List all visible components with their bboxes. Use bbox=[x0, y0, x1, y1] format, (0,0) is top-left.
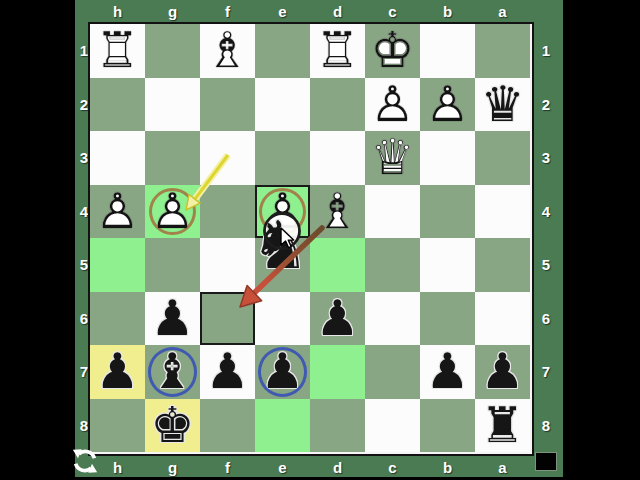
square-g4[interactable]: ♟♙ bbox=[145, 185, 200, 239]
square-e6[interactable] bbox=[255, 292, 310, 346]
square-b1[interactable] bbox=[420, 24, 475, 78]
square-h4[interactable]: ♟♙ bbox=[90, 185, 145, 239]
square-b5[interactable] bbox=[420, 238, 475, 292]
black-bishop-g7: ♝ bbox=[145, 345, 200, 399]
square-a6[interactable] bbox=[475, 292, 530, 346]
white-rook-d1: ♜♖ bbox=[310, 24, 365, 78]
rank-label-4: 4 bbox=[537, 185, 555, 239]
black-pawn-e7: ♟ bbox=[255, 345, 310, 399]
file-label-d: d bbox=[310, 457, 365, 477]
dragged-black-knight[interactable]: ♞ bbox=[249, 211, 311, 281]
square-d2[interactable] bbox=[310, 78, 365, 132]
square-a1[interactable] bbox=[475, 24, 530, 78]
black-pawn-a7: ♟ bbox=[475, 345, 530, 399]
file-label-c: c bbox=[365, 1, 420, 21]
square-e2[interactable] bbox=[255, 78, 310, 132]
file-label-f: f bbox=[200, 457, 255, 477]
square-g6[interactable]: ♟ bbox=[145, 292, 200, 346]
rank-labels-right: 12345678 bbox=[537, 24, 555, 452]
rank-label-2: 2 bbox=[537, 78, 555, 132]
square-f6[interactable] bbox=[200, 292, 255, 346]
square-h7[interactable]: ♟ bbox=[90, 345, 145, 399]
rank-label-8: 8 bbox=[537, 399, 555, 453]
square-b6[interactable] bbox=[420, 292, 475, 346]
square-h6[interactable] bbox=[90, 292, 145, 346]
chess-board-wrap: ♜♖♝♗♜♖♚♔♟♙♟♙♛♛♕♟♙♟♙♟♙♝♗♟♟♟♝♟♟♟♟♚♜ bbox=[88, 22, 534, 456]
square-e8[interactable] bbox=[255, 399, 310, 453]
flip-board-icon[interactable] bbox=[69, 447, 101, 475]
file-label-g: g bbox=[145, 1, 200, 21]
square-b2[interactable]: ♟♙ bbox=[420, 78, 475, 132]
square-f7[interactable]: ♟ bbox=[200, 345, 255, 399]
square-c2[interactable]: ♟♙ bbox=[365, 78, 420, 132]
square-a4[interactable] bbox=[475, 185, 530, 239]
black-pawn-f7: ♟ bbox=[200, 345, 255, 399]
square-g5[interactable] bbox=[145, 238, 200, 292]
square-e1[interactable] bbox=[255, 24, 310, 78]
square-c6[interactable] bbox=[365, 292, 420, 346]
square-a5[interactable] bbox=[475, 238, 530, 292]
square-e3[interactable] bbox=[255, 131, 310, 185]
rank-label-1: 1 bbox=[537, 24, 555, 78]
black-knight-glyph: ♞ bbox=[250, 213, 309, 279]
square-c3[interactable]: ♛♕ bbox=[365, 131, 420, 185]
square-g1[interactable] bbox=[145, 24, 200, 78]
black-pawn-d6: ♟ bbox=[310, 292, 365, 346]
square-b8[interactable] bbox=[420, 399, 475, 453]
square-f5[interactable] bbox=[200, 238, 255, 292]
file-label-a: a bbox=[475, 457, 530, 477]
square-h3[interactable] bbox=[90, 131, 145, 185]
rank-label-5: 5 bbox=[537, 238, 555, 292]
file-labels-bottom: hgfedcba bbox=[90, 457, 530, 477]
white-pawn-h4: ♟♙ bbox=[90, 185, 145, 239]
file-label-g: g bbox=[145, 457, 200, 477]
square-d1[interactable]: ♜♖ bbox=[310, 24, 365, 78]
black-queen-a2: ♛ bbox=[475, 78, 530, 132]
square-h5[interactable] bbox=[90, 238, 145, 292]
square-c8[interactable] bbox=[365, 399, 420, 453]
square-g8[interactable]: ♚ bbox=[145, 399, 200, 453]
file-label-d: d bbox=[310, 1, 365, 21]
white-queen-c3: ♛♕ bbox=[365, 131, 420, 185]
file-label-e: e bbox=[255, 1, 310, 21]
square-e7[interactable]: ♟ bbox=[255, 345, 310, 399]
square-b7[interactable]: ♟ bbox=[420, 345, 475, 399]
rank-label-6: 6 bbox=[537, 292, 555, 346]
square-f8[interactable] bbox=[200, 399, 255, 453]
square-d7[interactable] bbox=[310, 345, 365, 399]
square-g3[interactable] bbox=[145, 131, 200, 185]
square-h1[interactable]: ♜♖ bbox=[90, 24, 145, 78]
stop-square-icon[interactable] bbox=[535, 452, 557, 471]
file-label-f: f bbox=[200, 1, 255, 21]
square-d4[interactable]: ♝♗ bbox=[310, 185, 365, 239]
square-f3[interactable] bbox=[200, 131, 255, 185]
square-b4[interactable] bbox=[420, 185, 475, 239]
square-b3[interactable] bbox=[420, 131, 475, 185]
square-c7[interactable] bbox=[365, 345, 420, 399]
file-labels-top: hgfedcba bbox=[90, 1, 530, 21]
square-a3[interactable] bbox=[475, 131, 530, 185]
rank-label-7: 7 bbox=[537, 345, 555, 399]
file-label-b: b bbox=[420, 1, 475, 21]
file-label-c: c bbox=[365, 457, 420, 477]
black-pawn-h7: ♟ bbox=[90, 345, 145, 399]
white-king-c1: ♚♔ bbox=[365, 24, 420, 78]
square-a2[interactable]: ♛ bbox=[475, 78, 530, 132]
square-d5[interactable] bbox=[310, 238, 365, 292]
square-c5[interactable] bbox=[365, 238, 420, 292]
square-g7[interactable]: ♝ bbox=[145, 345, 200, 399]
square-f4[interactable] bbox=[200, 185, 255, 239]
square-d6[interactable]: ♟ bbox=[310, 292, 365, 346]
square-c4[interactable] bbox=[365, 185, 420, 239]
square-h2[interactable] bbox=[90, 78, 145, 132]
square-f2[interactable] bbox=[200, 78, 255, 132]
black-pawn-g6: ♟ bbox=[145, 292, 200, 346]
board: ♜♖♝♗♜♖♚♔♟♙♟♙♛♛♕♟♙♟♙♟♙♝♗♟♟♟♝♟♟♟♟♚♜ bbox=[90, 24, 532, 454]
rank-label-3: 3 bbox=[537, 131, 555, 185]
square-f1[interactable]: ♝♗ bbox=[200, 24, 255, 78]
white-bishop-d4: ♝♗ bbox=[310, 185, 365, 239]
black-pawn-b7: ♟ bbox=[420, 345, 475, 399]
white-bishop-f1: ♝♗ bbox=[200, 24, 255, 78]
white-pawn-g4: ♟♙ bbox=[145, 185, 200, 239]
white-pawn-b2: ♟♙ bbox=[420, 78, 475, 132]
square-a8[interactable]: ♜ bbox=[475, 399, 530, 453]
file-label-e: e bbox=[255, 457, 310, 477]
black-rook-a8: ♜ bbox=[475, 399, 530, 453]
white-rook-h1: ♜♖ bbox=[90, 24, 145, 78]
square-h8[interactable] bbox=[90, 399, 145, 453]
square-d8[interactable] bbox=[310, 399, 365, 453]
square-a7[interactable]: ♟ bbox=[475, 345, 530, 399]
file-label-h: h bbox=[90, 1, 145, 21]
square-d3[interactable] bbox=[310, 131, 365, 185]
black-king-g8: ♚ bbox=[145, 399, 200, 453]
square-c1[interactable]: ♚♔ bbox=[365, 24, 420, 78]
file-label-a: a bbox=[475, 1, 530, 21]
square-g2[interactable] bbox=[145, 78, 200, 132]
file-label-b: b bbox=[420, 457, 475, 477]
white-pawn-c2: ♟♙ bbox=[365, 78, 420, 132]
